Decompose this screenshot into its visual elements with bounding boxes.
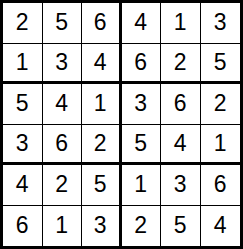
- sudoku-cell-r1c1[interactable]: 2: [3, 3, 43, 44]
- sudoku-cell-r3c5[interactable]: 6: [161, 84, 201, 125]
- sudoku-cell-r2c4[interactable]: 6: [122, 44, 162, 85]
- sudoku-cell-r6c1[interactable]: 6: [3, 206, 43, 247]
- sudoku-board: 256413134625541362362541425136613254: [0, 0, 243, 249]
- sudoku-cell-r5c5[interactable]: 3: [161, 165, 201, 206]
- sudoku-cell-r2c5[interactable]: 2: [161, 44, 201, 85]
- sudoku-cell-r1c5[interactable]: 1: [161, 3, 201, 44]
- sudoku-cell-r3c3[interactable]: 1: [82, 84, 122, 125]
- sudoku-cell-r5c1[interactable]: 4: [3, 165, 43, 206]
- sudoku-cell-r3c1[interactable]: 5: [3, 84, 43, 125]
- sudoku-cell-r6c2[interactable]: 1: [43, 206, 83, 247]
- sudoku-cell-r1c2[interactable]: 5: [43, 3, 83, 44]
- sudoku-cell-r2c1[interactable]: 1: [3, 44, 43, 85]
- sudoku-cell-r4c4[interactable]: 5: [122, 125, 162, 166]
- sudoku-cell-r3c4[interactable]: 3: [122, 84, 162, 125]
- sudoku-cell-r3c6[interactable]: 2: [201, 84, 241, 125]
- sudoku-cell-r4c2[interactable]: 6: [43, 125, 83, 166]
- sudoku-cell-r2c3[interactable]: 4: [82, 44, 122, 85]
- sudoku-cell-r4c6[interactable]: 1: [201, 125, 241, 166]
- sudoku-cell-r6c3[interactable]: 3: [82, 206, 122, 247]
- sudoku-cell-r1c4[interactable]: 4: [122, 3, 162, 44]
- sudoku-cell-r6c5[interactable]: 5: [161, 206, 201, 247]
- sudoku-cell-r4c5[interactable]: 4: [161, 125, 201, 166]
- sudoku-cell-r4c3[interactable]: 2: [82, 125, 122, 166]
- sudoku-cell-r5c6[interactable]: 6: [201, 165, 241, 206]
- sudoku-cell-r1c6[interactable]: 3: [201, 3, 241, 44]
- sudoku-cell-r6c6[interactable]: 4: [201, 206, 241, 247]
- sudoku-cell-r3c2[interactable]: 4: [43, 84, 83, 125]
- sudoku-cell-r2c6[interactable]: 5: [201, 44, 241, 85]
- sudoku-cell-r6c4[interactable]: 2: [122, 206, 162, 247]
- sudoku-cell-r5c3[interactable]: 5: [82, 165, 122, 206]
- sudoku-cell-r2c2[interactable]: 3: [43, 44, 83, 85]
- sudoku-cell-r5c4[interactable]: 1: [122, 165, 162, 206]
- sudoku-cell-r1c3[interactable]: 6: [82, 3, 122, 44]
- sudoku-cell-r4c1[interactable]: 3: [3, 125, 43, 166]
- sudoku-cell-r5c2[interactable]: 2: [43, 165, 83, 206]
